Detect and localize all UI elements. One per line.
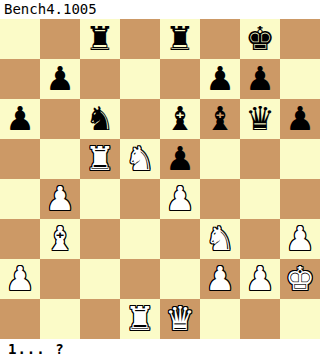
square-b5[interactable] (40, 139, 80, 179)
square-d7[interactable] (120, 59, 160, 99)
square-a8[interactable] (0, 19, 40, 59)
white-pawn: ♟ (45, 179, 75, 219)
white-knight: ♞ (125, 139, 155, 179)
black-pawn: ♟ (245, 59, 275, 99)
black-pawn: ♟ (5, 99, 35, 139)
square-g1[interactable] (240, 299, 280, 339)
square-e8[interactable]: ♜ (160, 19, 200, 59)
square-h6[interactable]: ♟ (280, 99, 320, 139)
white-queen: ♛ (165, 299, 195, 339)
square-f5[interactable] (200, 139, 240, 179)
square-f3[interactable]: ♞ (200, 219, 240, 259)
white-pawn: ♟ (5, 259, 35, 299)
square-c2[interactable] (80, 259, 120, 299)
square-g3[interactable] (240, 219, 280, 259)
black-knight: ♞ (85, 99, 115, 139)
black-pawn: ♟ (45, 59, 75, 99)
square-f1[interactable] (200, 299, 240, 339)
square-g6[interactable]: ♛ (240, 99, 280, 139)
status-bar: 1... ? (0, 339, 320, 360)
black-king: ♚ (245, 19, 275, 59)
white-pawn: ♟ (205, 259, 235, 299)
square-b7[interactable]: ♟ (40, 59, 80, 99)
white-knight: ♞ (205, 219, 235, 259)
square-a3[interactable] (0, 219, 40, 259)
square-a2[interactable]: ♟ (0, 259, 40, 299)
white-pawn: ♟ (165, 179, 195, 219)
square-d6[interactable] (120, 99, 160, 139)
square-h8[interactable] (280, 19, 320, 59)
square-e3[interactable] (160, 219, 200, 259)
square-h2[interactable]: ♚ (280, 259, 320, 299)
puzzle-title: Bench4.1005 (4, 1, 97, 17)
square-h7[interactable] (280, 59, 320, 99)
square-h4[interactable] (280, 179, 320, 219)
black-queen: ♛ (245, 99, 275, 139)
square-b2[interactable] (40, 259, 80, 299)
square-h1[interactable] (280, 299, 320, 339)
square-b3[interactable]: ♝ (40, 219, 80, 259)
square-e4[interactable]: ♟ (160, 179, 200, 219)
black-bishop: ♝ (165, 99, 195, 139)
chess-app-window: Bench4.1005 ♜♜♚♟♟♟♟♞♝♝♛♟♜♞♟♟♟♝♞♟♟♟♟♚♜♛ 1… (0, 0, 320, 360)
square-e5[interactable]: ♟ (160, 139, 200, 179)
square-a1[interactable] (0, 299, 40, 339)
white-rook: ♜ (85, 139, 115, 179)
square-c1[interactable] (80, 299, 120, 339)
square-f2[interactable]: ♟ (200, 259, 240, 299)
square-d8[interactable] (120, 19, 160, 59)
square-d3[interactable] (120, 219, 160, 259)
square-e1[interactable]: ♛ (160, 299, 200, 339)
black-pawn: ♟ (165, 139, 195, 179)
square-h3[interactable]: ♟ (280, 219, 320, 259)
square-a6[interactable]: ♟ (0, 99, 40, 139)
white-bishop: ♝ (45, 219, 75, 259)
black-rook: ♜ (85, 19, 115, 59)
square-g2[interactable]: ♟ (240, 259, 280, 299)
square-g4[interactable] (240, 179, 280, 219)
square-e7[interactable] (160, 59, 200, 99)
square-e2[interactable] (160, 259, 200, 299)
square-d1[interactable]: ♜ (120, 299, 160, 339)
square-b4[interactable]: ♟ (40, 179, 80, 219)
square-h5[interactable] (280, 139, 320, 179)
square-g5[interactable] (240, 139, 280, 179)
white-pawn: ♟ (285, 219, 315, 259)
square-g8[interactable]: ♚ (240, 19, 280, 59)
square-c3[interactable] (80, 219, 120, 259)
square-f4[interactable] (200, 179, 240, 219)
square-f7[interactable]: ♟ (200, 59, 240, 99)
square-a5[interactable] (0, 139, 40, 179)
square-c8[interactable]: ♜ (80, 19, 120, 59)
square-f6[interactable]: ♝ (200, 99, 240, 139)
square-e6[interactable]: ♝ (160, 99, 200, 139)
square-b1[interactable] (40, 299, 80, 339)
square-d4[interactable] (120, 179, 160, 219)
black-rook: ♜ (165, 19, 195, 59)
chess-board: ♜♜♚♟♟♟♟♞♝♝♛♟♜♞♟♟♟♝♞♟♟♟♟♚♜♛ (0, 19, 320, 339)
white-rook: ♜ (125, 299, 155, 339)
square-g7[interactable]: ♟ (240, 59, 280, 99)
square-c5[interactable]: ♜ (80, 139, 120, 179)
square-a7[interactable] (0, 59, 40, 99)
white-king: ♚ (285, 259, 315, 299)
square-b8[interactable] (40, 19, 80, 59)
square-f8[interactable] (200, 19, 240, 59)
black-pawn: ♟ (285, 99, 315, 139)
black-bishop: ♝ (205, 99, 235, 139)
square-a4[interactable] (0, 179, 40, 219)
square-d2[interactable] (120, 259, 160, 299)
square-b6[interactable] (40, 99, 80, 139)
square-d5[interactable]: ♞ (120, 139, 160, 179)
white-pawn: ♟ (245, 259, 275, 299)
black-pawn: ♟ (205, 59, 235, 99)
title-bar: Bench4.1005 (0, 0, 320, 19)
square-c4[interactable] (80, 179, 120, 219)
square-c7[interactable] (80, 59, 120, 99)
square-c6[interactable]: ♞ (80, 99, 120, 139)
move-prompt: 1... ? (8, 341, 65, 357)
